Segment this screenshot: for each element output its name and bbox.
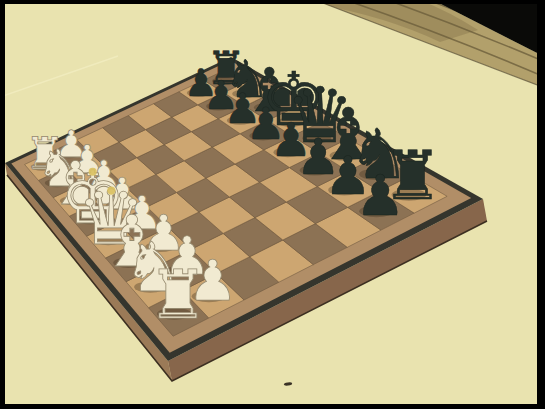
letterbox-bottom bbox=[0, 404, 545, 409]
letterbox-left bbox=[0, 0, 5, 409]
piece-white-rook-a1[interactable]: ♜ bbox=[148, 255, 208, 334]
crown-accent bbox=[107, 186, 115, 194]
letterbox-top bbox=[0, 0, 545, 4]
letterbox-right bbox=[537, 0, 545, 409]
piece-black-pawn-a7[interactable]: ♟ bbox=[355, 163, 406, 228]
film-frame: ♜♟♞♟♝♟♚♟♛♟♟♝♜♟♟♞♞♟♟♜♝♟♟♚♟♛♟♝♟♞♟♜ bbox=[0, 0, 545, 409]
board-scene: ♜♟♞♟♝♟♚♟♛♟♟♝♜♟♟♞♞♟♟♜♝♟♟♚♟♛♟♝♟♞♟♜ bbox=[0, 0, 545, 409]
